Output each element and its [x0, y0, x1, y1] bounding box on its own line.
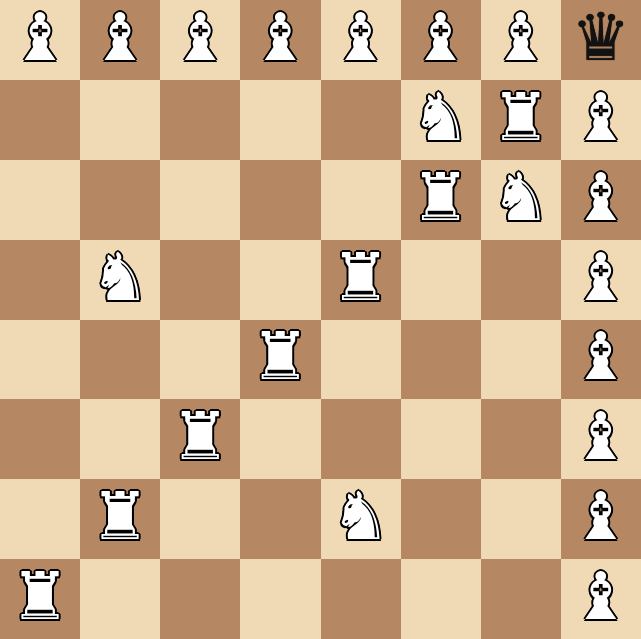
piece-white-rook-f6[interactable]: ♜	[411, 165, 470, 231]
square-b7[interactable]	[80, 80, 160, 160]
square-b8[interactable]: ♝	[80, 0, 160, 80]
square-c3[interactable]: ♜	[160, 399, 240, 479]
square-c8[interactable]: ♝	[160, 0, 240, 80]
square-f3[interactable]	[401, 399, 481, 479]
piece-white-bishop-h7[interactable]: ♝	[571, 85, 630, 151]
square-c5[interactable]	[160, 240, 240, 320]
square-g6[interactable]: ♞	[481, 160, 561, 240]
square-d4[interactable]: ♜	[240, 320, 320, 400]
square-e4[interactable]	[321, 320, 401, 400]
piece-white-bishop-b8[interactable]: ♝	[91, 5, 150, 71]
square-c4[interactable]	[160, 320, 240, 400]
piece-white-bishop-h4[interactable]: ♝	[571, 324, 630, 390]
square-b2[interactable]: ♜	[80, 479, 160, 559]
square-g4[interactable]	[481, 320, 561, 400]
square-e2[interactable]: ♞	[321, 479, 401, 559]
square-b1[interactable]	[80, 559, 160, 639]
piece-black-queen-h8[interactable]: ♛	[571, 5, 630, 71]
chess-board-container: ♝♝♝♝♝♝♝♛♞♜♝♜♞♝♞♜♝♜♝♜♝♜♞♝♜♝	[0, 0, 641, 639]
square-a3[interactable]	[0, 399, 80, 479]
square-f5[interactable]	[401, 240, 481, 320]
piece-white-knight-g6[interactable]: ♞	[491, 165, 550, 231]
square-f2[interactable]	[401, 479, 481, 559]
piece-white-bishop-f8[interactable]: ♝	[411, 5, 470, 71]
piece-white-bishop-h3[interactable]: ♝	[571, 404, 630, 470]
square-a4[interactable]	[0, 320, 80, 400]
square-f7[interactable]: ♞	[401, 80, 481, 160]
square-d5[interactable]	[240, 240, 320, 320]
square-b3[interactable]	[80, 399, 160, 479]
square-e8[interactable]: ♝	[321, 0, 401, 80]
piece-white-bishop-d8[interactable]: ♝	[251, 5, 310, 71]
piece-white-bishop-a8[interactable]: ♝	[10, 5, 69, 71]
piece-white-bishop-c8[interactable]: ♝	[171, 5, 230, 71]
square-g5[interactable]	[481, 240, 561, 320]
square-d8[interactable]: ♝	[240, 0, 320, 80]
square-a6[interactable]	[0, 160, 80, 240]
square-h3[interactable]: ♝	[561, 399, 641, 479]
square-a5[interactable]	[0, 240, 80, 320]
piece-white-rook-a1[interactable]: ♜	[10, 564, 69, 630]
piece-white-knight-e2[interactable]: ♞	[331, 484, 390, 550]
piece-white-rook-e5[interactable]: ♜	[331, 245, 390, 311]
square-g8[interactable]: ♝	[481, 0, 561, 80]
square-e3[interactable]	[321, 399, 401, 479]
square-e6[interactable]	[321, 160, 401, 240]
square-h4[interactable]: ♝	[561, 320, 641, 400]
piece-white-knight-f7[interactable]: ♞	[411, 85, 470, 151]
square-h6[interactable]: ♝	[561, 160, 641, 240]
piece-white-rook-d4[interactable]: ♜	[251, 324, 310, 390]
square-c1[interactable]	[160, 559, 240, 639]
square-f8[interactable]: ♝	[401, 0, 481, 80]
square-b5[interactable]: ♞	[80, 240, 160, 320]
square-g7[interactable]: ♜	[481, 80, 561, 160]
piece-white-bishop-h5[interactable]: ♝	[571, 245, 630, 311]
piece-white-rook-b2[interactable]: ♜	[91, 484, 150, 550]
chess-board: ♝♝♝♝♝♝♝♛♞♜♝♜♞♝♞♜♝♜♝♜♝♜♞♝♜♝	[0, 0, 641, 639]
square-c6[interactable]	[160, 160, 240, 240]
square-h8[interactable]: ♛	[561, 0, 641, 80]
square-b4[interactable]	[80, 320, 160, 400]
piece-white-rook-c3[interactable]: ♜	[171, 404, 230, 470]
square-e1[interactable]	[321, 559, 401, 639]
square-f6[interactable]: ♜	[401, 160, 481, 240]
square-a1[interactable]: ♜	[0, 559, 80, 639]
square-f1[interactable]	[401, 559, 481, 639]
square-f4[interactable]	[401, 320, 481, 400]
square-b6[interactable]	[80, 160, 160, 240]
piece-white-bishop-e8[interactable]: ♝	[331, 5, 390, 71]
square-h7[interactable]: ♝	[561, 80, 641, 160]
square-d6[interactable]	[240, 160, 320, 240]
piece-white-bishop-h6[interactable]: ♝	[571, 165, 630, 231]
square-d7[interactable]	[240, 80, 320, 160]
square-e5[interactable]: ♜	[321, 240, 401, 320]
square-d3[interactable]	[240, 399, 320, 479]
square-g2[interactable]	[481, 479, 561, 559]
square-c7[interactable]	[160, 80, 240, 160]
piece-white-bishop-h1[interactable]: ♝	[571, 564, 630, 630]
square-h1[interactable]: ♝	[561, 559, 641, 639]
square-c2[interactable]	[160, 479, 240, 559]
piece-white-rook-g7[interactable]: ♜	[491, 85, 550, 151]
piece-white-knight-b5[interactable]: ♞	[91, 245, 150, 311]
square-h5[interactable]: ♝	[561, 240, 641, 320]
square-g1[interactable]	[481, 559, 561, 639]
square-d1[interactable]	[240, 559, 320, 639]
square-a8[interactable]: ♝	[0, 0, 80, 80]
square-e7[interactable]	[321, 80, 401, 160]
square-a2[interactable]	[0, 479, 80, 559]
piece-white-bishop-h2[interactable]: ♝	[571, 484, 630, 550]
piece-white-bishop-g8[interactable]: ♝	[491, 5, 550, 71]
square-d2[interactable]	[240, 479, 320, 559]
square-h2[interactable]: ♝	[561, 479, 641, 559]
square-g3[interactable]	[481, 399, 561, 479]
square-a7[interactable]	[0, 80, 80, 160]
